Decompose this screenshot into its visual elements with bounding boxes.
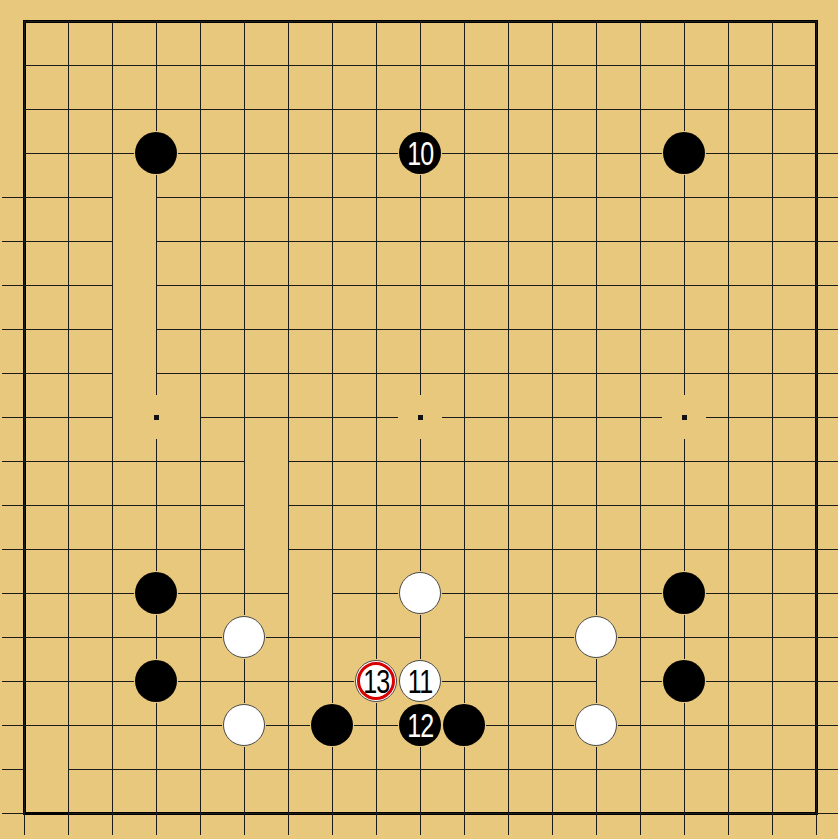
board-cell[interactable] bbox=[2, 747, 46, 791]
board-cell[interactable] bbox=[354, 263, 398, 307]
board-cell[interactable] bbox=[354, 703, 398, 747]
board-cell[interactable] bbox=[574, 395, 618, 439]
board-cell[interactable] bbox=[2, 0, 46, 43]
board-cell[interactable] bbox=[574, 219, 618, 263]
stone-black-D16[interactable] bbox=[135, 132, 177, 174]
board-cell[interactable] bbox=[46, 87, 90, 131]
board-cell[interactable] bbox=[222, 175, 266, 219]
board-cell[interactable] bbox=[486, 395, 530, 439]
board-cell[interactable] bbox=[706, 615, 750, 659]
board-cell[interactable] bbox=[222, 571, 266, 615]
board-cell[interactable] bbox=[46, 43, 90, 87]
board-cell[interactable] bbox=[706, 0, 750, 43]
board-cell[interactable] bbox=[618, 703, 662, 747]
board-cell[interactable] bbox=[2, 439, 46, 483]
board-cell[interactable] bbox=[618, 615, 662, 659]
board-cell[interactable] bbox=[442, 571, 486, 615]
board-cell[interactable] bbox=[354, 571, 398, 615]
board-cell[interactable] bbox=[90, 263, 134, 307]
board-cell[interactable] bbox=[574, 175, 618, 219]
board-cell[interactable] bbox=[442, 395, 486, 439]
board-cell[interactable] bbox=[2, 791, 46, 835]
board-cell[interactable] bbox=[574, 43, 618, 87]
board-cell[interactable] bbox=[486, 439, 530, 483]
board-cell[interactable] bbox=[354, 175, 398, 219]
board-cell[interactable] bbox=[354, 439, 398, 483]
board-cell[interactable] bbox=[266, 703, 310, 747]
board-cell[interactable] bbox=[2, 571, 46, 615]
board-cell[interactable] bbox=[90, 307, 134, 351]
board-cell[interactable] bbox=[442, 791, 486, 835]
board-cell[interactable] bbox=[794, 307, 838, 351]
board-cell[interactable] bbox=[2, 219, 46, 263]
stone-white-F5[interactable] bbox=[223, 616, 265, 658]
board-cell[interactable] bbox=[486, 791, 530, 835]
board-cell[interactable] bbox=[794, 659, 838, 703]
board-cell[interactable] bbox=[90, 43, 134, 87]
board-cell[interactable] bbox=[530, 263, 574, 307]
board-cell[interactable] bbox=[530, 791, 574, 835]
board-cell[interactable] bbox=[794, 175, 838, 219]
board-cell[interactable] bbox=[2, 395, 46, 439]
stone-black-K16[interactable]: 10 bbox=[399, 132, 441, 174]
board-cell[interactable] bbox=[354, 307, 398, 351]
board-cell[interactable] bbox=[794, 219, 838, 263]
board-cell[interactable] bbox=[46, 351, 90, 395]
board-cell[interactable] bbox=[90, 219, 134, 263]
board-cell[interactable] bbox=[706, 571, 750, 615]
board-cell[interactable] bbox=[90, 615, 134, 659]
board-cell[interactable] bbox=[46, 659, 90, 703]
board-cell[interactable] bbox=[706, 659, 750, 703]
board-cell[interactable] bbox=[266, 307, 310, 351]
board-cell[interactable] bbox=[46, 615, 90, 659]
board-cell[interactable] bbox=[354, 527, 398, 571]
board-cell[interactable] bbox=[310, 571, 354, 615]
board-cell[interactable] bbox=[178, 439, 222, 483]
board-cell[interactable] bbox=[486, 747, 530, 791]
board-cell[interactable] bbox=[134, 703, 178, 747]
board-cell[interactable] bbox=[530, 0, 574, 43]
board-cell[interactable] bbox=[486, 483, 530, 527]
stone-white-O5[interactable] bbox=[575, 616, 617, 658]
board-cell[interactable] bbox=[486, 0, 530, 43]
board-cell[interactable] bbox=[530, 615, 574, 659]
board-cell[interactable] bbox=[574, 439, 618, 483]
board-cell[interactable] bbox=[134, 483, 178, 527]
board-cell[interactable] bbox=[662, 615, 706, 659]
board-cell[interactable] bbox=[706, 175, 750, 219]
board-cell[interactable] bbox=[2, 307, 46, 351]
board-cell[interactable] bbox=[530, 703, 574, 747]
board-cell[interactable] bbox=[574, 0, 618, 43]
board-cell[interactable] bbox=[310, 219, 354, 263]
board-cell[interactable] bbox=[178, 307, 222, 351]
board-cell[interactable] bbox=[354, 747, 398, 791]
board-cell[interactable] bbox=[618, 439, 662, 483]
board-cell[interactable] bbox=[794, 131, 838, 175]
board-cell[interactable] bbox=[398, 483, 442, 527]
board-cell[interactable] bbox=[178, 0, 222, 43]
board-cell[interactable] bbox=[618, 395, 662, 439]
board-cell[interactable] bbox=[618, 307, 662, 351]
board-cell[interactable] bbox=[618, 175, 662, 219]
board-cell[interactable] bbox=[134, 307, 178, 351]
board-cell[interactable] bbox=[398, 43, 442, 87]
board-cell[interactable] bbox=[134, 263, 178, 307]
board-cell[interactable] bbox=[662, 351, 706, 395]
board-cell[interactable] bbox=[398, 747, 442, 791]
board-cell[interactable] bbox=[266, 0, 310, 43]
board-cell[interactable] bbox=[750, 175, 794, 219]
board-cell[interactable] bbox=[486, 43, 530, 87]
board-cell[interactable] bbox=[178, 615, 222, 659]
board-cell[interactable] bbox=[46, 483, 90, 527]
board-cell[interactable] bbox=[750, 131, 794, 175]
board-cell[interactable] bbox=[266, 483, 310, 527]
board-cell[interactable] bbox=[266, 571, 310, 615]
board-cell[interactable] bbox=[266, 175, 310, 219]
board-cell[interactable] bbox=[266, 87, 310, 131]
board-cell[interactable] bbox=[310, 791, 354, 835]
board-cell[interactable] bbox=[442, 0, 486, 43]
board-cell[interactable] bbox=[398, 263, 442, 307]
board-cell[interactable] bbox=[310, 351, 354, 395]
board-cell[interactable] bbox=[750, 307, 794, 351]
board-cell[interactable] bbox=[46, 703, 90, 747]
board-cell[interactable] bbox=[2, 527, 46, 571]
go-board[interactable]: 10131112 bbox=[2, 0, 838, 835]
board-cell[interactable] bbox=[706, 703, 750, 747]
board-cell[interactable] bbox=[310, 307, 354, 351]
board-cell[interactable] bbox=[706, 219, 750, 263]
board-cell[interactable] bbox=[90, 747, 134, 791]
board-cell[interactable] bbox=[574, 307, 618, 351]
board-cell[interactable] bbox=[750, 659, 794, 703]
board-cell[interactable] bbox=[46, 131, 90, 175]
stone-black-Q4[interactable] bbox=[663, 660, 705, 702]
board-cell[interactable] bbox=[706, 483, 750, 527]
board-cell[interactable] bbox=[618, 263, 662, 307]
board-cell[interactable] bbox=[486, 87, 530, 131]
board-cell[interactable] bbox=[46, 527, 90, 571]
board-cell[interactable] bbox=[266, 43, 310, 87]
board-cell[interactable] bbox=[618, 483, 662, 527]
board-cell[interactable] bbox=[794, 395, 838, 439]
board-cell[interactable] bbox=[222, 0, 266, 43]
board-cell[interactable] bbox=[2, 87, 46, 131]
board-cell[interactable] bbox=[90, 703, 134, 747]
board-cell[interactable] bbox=[310, 747, 354, 791]
board-cell[interactable] bbox=[750, 219, 794, 263]
board-cell[interactable] bbox=[794, 791, 838, 835]
board-cell[interactable] bbox=[398, 615, 442, 659]
board-cell[interactable] bbox=[530, 483, 574, 527]
board-cell[interactable] bbox=[266, 395, 310, 439]
board-cell[interactable] bbox=[530, 659, 574, 703]
board-cell[interactable] bbox=[310, 483, 354, 527]
board-cell[interactable] bbox=[310, 439, 354, 483]
board-cell[interactable] bbox=[706, 307, 750, 351]
board-cell[interactable] bbox=[178, 527, 222, 571]
stone-white-K6[interactable] bbox=[399, 572, 441, 614]
board-cell[interactable] bbox=[794, 527, 838, 571]
board-cell[interactable] bbox=[750, 483, 794, 527]
board-cell[interactable] bbox=[46, 219, 90, 263]
board-cell[interactable] bbox=[662, 791, 706, 835]
board-cell[interactable] bbox=[46, 747, 90, 791]
board-cell[interactable] bbox=[486, 263, 530, 307]
board-cell[interactable] bbox=[486, 703, 530, 747]
board-cell[interactable] bbox=[46, 175, 90, 219]
board-cell[interactable] bbox=[662, 263, 706, 307]
board-cell[interactable] bbox=[398, 175, 442, 219]
board-cell[interactable] bbox=[442, 307, 486, 351]
board-cell[interactable] bbox=[90, 131, 134, 175]
board-cell[interactable] bbox=[662, 747, 706, 791]
board-cell[interactable] bbox=[750, 439, 794, 483]
board-cell[interactable] bbox=[222, 43, 266, 87]
board-cell[interactable] bbox=[222, 439, 266, 483]
board-cell[interactable] bbox=[574, 351, 618, 395]
board-cell[interactable] bbox=[794, 703, 838, 747]
board-cell[interactable] bbox=[2, 483, 46, 527]
board-cell[interactable] bbox=[574, 571, 618, 615]
board-cell[interactable] bbox=[310, 527, 354, 571]
board-cell[interactable] bbox=[442, 263, 486, 307]
board-cell[interactable] bbox=[706, 791, 750, 835]
board-cell[interactable] bbox=[354, 219, 398, 263]
board-cell[interactable] bbox=[750, 615, 794, 659]
board-cell[interactable] bbox=[178, 483, 222, 527]
board-cell[interactable] bbox=[794, 439, 838, 483]
board-cell[interactable] bbox=[398, 87, 442, 131]
board-cell[interactable] bbox=[662, 175, 706, 219]
board-cell[interactable] bbox=[178, 791, 222, 835]
board-cell[interactable] bbox=[486, 351, 530, 395]
board-cell[interactable] bbox=[222, 747, 266, 791]
board-cell[interactable] bbox=[134, 615, 178, 659]
stone-black-K3[interactable]: 12 bbox=[399, 704, 441, 746]
board-cell[interactable] bbox=[354, 351, 398, 395]
board-cell[interactable] bbox=[706, 131, 750, 175]
board-cell[interactable] bbox=[530, 527, 574, 571]
board-cell[interactable] bbox=[442, 175, 486, 219]
stone-white-F3[interactable] bbox=[223, 704, 265, 746]
board-cell[interactable] bbox=[46, 571, 90, 615]
board-cell[interactable] bbox=[178, 131, 222, 175]
board-cell[interactable] bbox=[618, 351, 662, 395]
board-cell[interactable] bbox=[442, 527, 486, 571]
board-cell[interactable] bbox=[530, 43, 574, 87]
board-cell[interactable] bbox=[750, 87, 794, 131]
board-cell[interactable] bbox=[486, 175, 530, 219]
board-cell[interactable] bbox=[134, 43, 178, 87]
board-cell[interactable] bbox=[266, 659, 310, 703]
board-cell[interactable] bbox=[706, 527, 750, 571]
board-cell[interactable] bbox=[354, 87, 398, 131]
board-cell[interactable] bbox=[266, 527, 310, 571]
board-cell[interactable] bbox=[662, 703, 706, 747]
board-cell[interactable] bbox=[706, 87, 750, 131]
board-cell[interactable] bbox=[266, 791, 310, 835]
board-cell[interactable] bbox=[486, 571, 530, 615]
board-cell[interactable] bbox=[750, 527, 794, 571]
board-cell[interactable] bbox=[662, 307, 706, 351]
board-cell[interactable] bbox=[178, 263, 222, 307]
board-cell[interactable] bbox=[794, 263, 838, 307]
board-cell[interactable] bbox=[2, 351, 46, 395]
board-cell[interactable] bbox=[794, 87, 838, 131]
board-cell[interactable] bbox=[750, 43, 794, 87]
board-cell[interactable] bbox=[530, 395, 574, 439]
board-cell[interactable] bbox=[398, 0, 442, 43]
board-cell[interactable] bbox=[574, 659, 618, 703]
board-cell[interactable] bbox=[2, 263, 46, 307]
board-cell[interactable] bbox=[134, 0, 178, 43]
board-cell[interactable] bbox=[46, 307, 90, 351]
board-cell[interactable] bbox=[134, 351, 178, 395]
board-cell[interactable] bbox=[398, 439, 442, 483]
board-cell[interactable] bbox=[266, 131, 310, 175]
board-cell[interactable] bbox=[310, 87, 354, 131]
board-cell[interactable] bbox=[222, 527, 266, 571]
board-cell[interactable] bbox=[2, 131, 46, 175]
board-cell[interactable] bbox=[442, 483, 486, 527]
board-cell[interactable] bbox=[530, 87, 574, 131]
board-cell[interactable] bbox=[46, 263, 90, 307]
board-cell[interactable] bbox=[662, 0, 706, 43]
board-cell[interactable] bbox=[706, 747, 750, 791]
board-cell[interactable] bbox=[310, 131, 354, 175]
board-cell[interactable] bbox=[178, 87, 222, 131]
board-cell[interactable] bbox=[222, 219, 266, 263]
board-cell[interactable] bbox=[90, 439, 134, 483]
board-cell[interactable] bbox=[178, 351, 222, 395]
board-cell[interactable] bbox=[90, 571, 134, 615]
board-cell[interactable] bbox=[90, 791, 134, 835]
board-cell[interactable] bbox=[662, 439, 706, 483]
board-cell[interactable] bbox=[442, 219, 486, 263]
board-cell[interactable] bbox=[706, 43, 750, 87]
board-cell[interactable] bbox=[178, 43, 222, 87]
board-cell[interactable] bbox=[530, 439, 574, 483]
board-cell[interactable] bbox=[442, 131, 486, 175]
board-cell[interactable] bbox=[222, 131, 266, 175]
board-cell[interactable] bbox=[134, 219, 178, 263]
board-cell[interactable] bbox=[486, 131, 530, 175]
board-cell[interactable] bbox=[134, 747, 178, 791]
board-cell[interactable] bbox=[134, 439, 178, 483]
stone-black-H3[interactable] bbox=[311, 704, 353, 746]
board-cell[interactable] bbox=[618, 0, 662, 43]
board-cell[interactable] bbox=[750, 571, 794, 615]
board-cell[interactable] bbox=[266, 263, 310, 307]
board-cell[interactable] bbox=[178, 703, 222, 747]
board-cell[interactable] bbox=[794, 747, 838, 791]
board-cell[interactable] bbox=[662, 87, 706, 131]
board-cell[interactable] bbox=[574, 263, 618, 307]
board-cell[interactable] bbox=[618, 747, 662, 791]
board-cell[interactable] bbox=[794, 483, 838, 527]
board-cell[interactable] bbox=[90, 0, 134, 43]
board-cell[interactable] bbox=[398, 219, 442, 263]
board-cell[interactable] bbox=[310, 175, 354, 219]
board-cell[interactable] bbox=[354, 0, 398, 43]
board-cell[interactable] bbox=[618, 87, 662, 131]
board-cell[interactable] bbox=[2, 615, 46, 659]
stone-white-J4[interactable]: 13 bbox=[355, 660, 397, 702]
board-cell[interactable] bbox=[178, 175, 222, 219]
board-cell[interactable] bbox=[442, 87, 486, 131]
board-cell[interactable] bbox=[2, 43, 46, 87]
board-cell[interactable] bbox=[134, 527, 178, 571]
board-cell[interactable] bbox=[178, 395, 222, 439]
board-cell[interactable] bbox=[794, 351, 838, 395]
board-cell[interactable] bbox=[574, 483, 618, 527]
board-cell[interactable] bbox=[46, 439, 90, 483]
board-cell[interactable] bbox=[442, 351, 486, 395]
board-cell[interactable] bbox=[90, 87, 134, 131]
board-cell[interactable] bbox=[794, 615, 838, 659]
board-cell[interactable] bbox=[662, 43, 706, 87]
board-cell[interactable] bbox=[486, 219, 530, 263]
board-cell[interactable] bbox=[266, 219, 310, 263]
board-cell[interactable] bbox=[794, 43, 838, 87]
board-cell[interactable] bbox=[618, 131, 662, 175]
board-cell[interactable] bbox=[398, 527, 442, 571]
board-cell[interactable] bbox=[706, 263, 750, 307]
board-cell[interactable] bbox=[178, 659, 222, 703]
board-cell[interactable] bbox=[706, 395, 750, 439]
board-cell[interactable] bbox=[618, 571, 662, 615]
board-cell[interactable] bbox=[750, 747, 794, 791]
board-cell[interactable] bbox=[266, 747, 310, 791]
board-cell[interactable] bbox=[530, 219, 574, 263]
board-cell[interactable] bbox=[46, 0, 90, 43]
board-cell[interactable] bbox=[442, 43, 486, 87]
board-cell[interactable] bbox=[266, 439, 310, 483]
board-cell[interactable] bbox=[2, 175, 46, 219]
board-cell[interactable] bbox=[486, 615, 530, 659]
board-cell[interactable] bbox=[574, 747, 618, 791]
stone-white-O3[interactable] bbox=[575, 704, 617, 746]
board-cell[interactable] bbox=[574, 791, 618, 835]
board-cell[interactable] bbox=[706, 351, 750, 395]
board-cell[interactable] bbox=[442, 615, 486, 659]
board-cell[interactable] bbox=[46, 791, 90, 835]
board-cell[interactable] bbox=[530, 571, 574, 615]
board-cell[interactable] bbox=[310, 43, 354, 87]
board-cell[interactable] bbox=[750, 351, 794, 395]
board-cell[interactable] bbox=[134, 791, 178, 835]
board-cell[interactable] bbox=[310, 0, 354, 43]
board-cell[interactable] bbox=[222, 791, 266, 835]
board-cell[interactable] bbox=[486, 659, 530, 703]
board-cell[interactable] bbox=[354, 791, 398, 835]
board-cell[interactable] bbox=[662, 219, 706, 263]
board-cell[interactable] bbox=[2, 659, 46, 703]
board-cell[interactable] bbox=[442, 659, 486, 703]
board-cell[interactable] bbox=[574, 131, 618, 175]
board-cell[interactable] bbox=[618, 659, 662, 703]
board-cell[interactable] bbox=[178, 571, 222, 615]
board-cell[interactable] bbox=[266, 351, 310, 395]
board-cell[interactable] bbox=[178, 747, 222, 791]
board-cell[interactable] bbox=[310, 263, 354, 307]
board-cell[interactable] bbox=[310, 659, 354, 703]
board-cell[interactable] bbox=[222, 87, 266, 131]
